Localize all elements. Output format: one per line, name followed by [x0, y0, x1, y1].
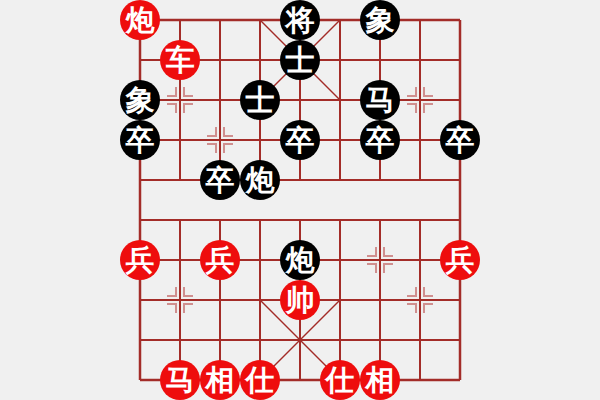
- piece-red-advisor[interactable]: 仕: [240, 360, 280, 400]
- piece-red-cannon[interactable]: 炮: [120, 0, 160, 40]
- piece-red-soldier[interactable]: 兵: [440, 240, 480, 280]
- xiangqi-board: 炮将象车士象士马卒卒卒卒卒炮兵兵炮兵帅马相仕仕相: [0, 0, 600, 400]
- piece-red-advisor[interactable]: 仕: [320, 360, 360, 400]
- piece-red-general[interactable]: 帅: [280, 280, 320, 320]
- piece-black-soldier[interactable]: 卒: [280, 120, 320, 160]
- piece-red-horse[interactable]: 马: [160, 360, 200, 400]
- piece-black-advisor[interactable]: 士: [280, 40, 320, 80]
- piece-red-soldier[interactable]: 兵: [200, 240, 240, 280]
- piece-black-elephant[interactable]: 象: [360, 0, 400, 40]
- piece-black-soldier[interactable]: 卒: [200, 160, 240, 200]
- piece-red-elephant[interactable]: 相: [200, 360, 240, 400]
- piece-black-general[interactable]: 将: [280, 0, 320, 40]
- piece-black-horse[interactable]: 马: [360, 80, 400, 120]
- piece-red-soldier[interactable]: 兵: [120, 240, 160, 280]
- piece-black-soldier[interactable]: 卒: [120, 120, 160, 160]
- piece-red-elephant[interactable]: 相: [360, 360, 400, 400]
- piece-black-cannon[interactable]: 炮: [240, 160, 280, 200]
- piece-red-chariot[interactable]: 车: [160, 40, 200, 80]
- piece-black-cannon[interactable]: 炮: [280, 240, 320, 280]
- pieces-layer: 炮将象车士象士马卒卒卒卒卒炮兵兵炮兵帅马相仕仕相: [0, 0, 600, 400]
- piece-black-advisor[interactable]: 士: [240, 80, 280, 120]
- piece-black-soldier[interactable]: 卒: [440, 120, 480, 160]
- piece-black-soldier[interactable]: 卒: [360, 120, 400, 160]
- piece-black-elephant[interactable]: 象: [120, 80, 160, 120]
